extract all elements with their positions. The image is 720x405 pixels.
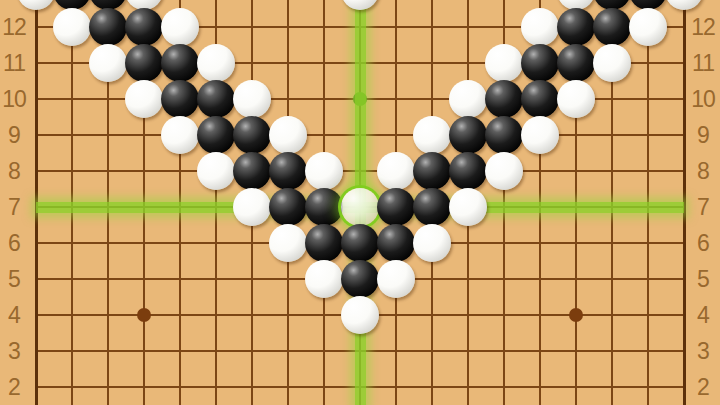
row-label: 8	[686, 158, 720, 185]
row-label: 12	[0, 14, 31, 41]
row-label: 6	[0, 230, 31, 257]
row-label: 10	[686, 86, 720, 113]
row-label: 8	[0, 158, 31, 185]
row-label: 3	[686, 338, 720, 365]
row-label: 6	[686, 230, 720, 257]
row-label: 12	[686, 14, 720, 41]
row-label: 11	[686, 50, 720, 77]
row-label: 7	[0, 194, 31, 221]
row-label: 7	[686, 194, 720, 221]
row-label: 11	[0, 50, 31, 77]
row-label: 2	[0, 374, 31, 401]
row-label: 4	[0, 302, 31, 329]
row-label: 9	[0, 122, 31, 149]
coordinate-labels: 1212111110109988776655443322	[0, 0, 720, 405]
row-label: 3	[0, 338, 31, 365]
row-label: 2	[686, 374, 720, 401]
go-board[interactable]: 1212111110109988776655443322	[0, 0, 720, 405]
row-label: 4	[686, 302, 720, 329]
row-label: 9	[686, 122, 720, 149]
row-label: 5	[686, 266, 720, 293]
row-label: 5	[0, 266, 31, 293]
row-label: 10	[0, 86, 31, 113]
